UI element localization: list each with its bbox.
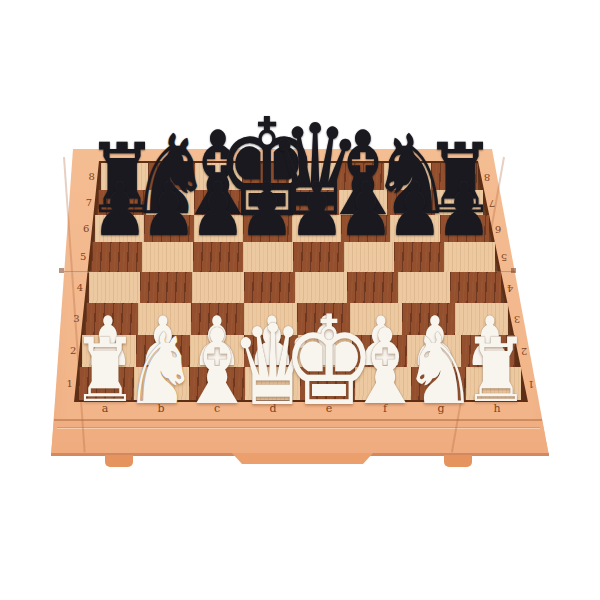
piece-white-rook-h1[interactable]: ♜ — [463, 327, 530, 415]
rank-label-left-4: 4 — [77, 283, 83, 293]
piece-black-pawn-h7[interactable]: ♟ — [436, 172, 492, 246]
hinge-notch-left — [59, 268, 64, 273]
square-a4[interactable] — [89, 272, 141, 303]
rank-label-right-4: 4 — [507, 283, 513, 293]
piece-black-pawn-b7[interactable]: ♟ — [141, 172, 197, 246]
square-b4[interactable] — [140, 272, 192, 303]
square-c4[interactable] — [192, 272, 244, 303]
case-foot-left — [105, 455, 133, 467]
hinge-notch-right — [511, 268, 516, 273]
piece-black-pawn-d7[interactable]: ♟ — [239, 172, 295, 246]
piece-black-pawn-a7[interactable]: ♟ — [91, 172, 147, 246]
chess-set-photo: 8765432187654321abcdefgh ♜♞♝♚♛♝♞♜♟♟♟♟♟♟♟… — [0, 0, 600, 600]
rank-label-left-5: 5 — [80, 252, 86, 262]
rank-label-right-5: 5 — [501, 252, 507, 262]
case-foot-right — [444, 455, 472, 467]
square-g4[interactable] — [398, 272, 450, 303]
square-h4[interactable] — [450, 272, 502, 303]
piece-black-pawn-f7[interactable]: ♟ — [338, 172, 394, 246]
piece-black-pawn-e7[interactable]: ♟ — [288, 172, 344, 246]
